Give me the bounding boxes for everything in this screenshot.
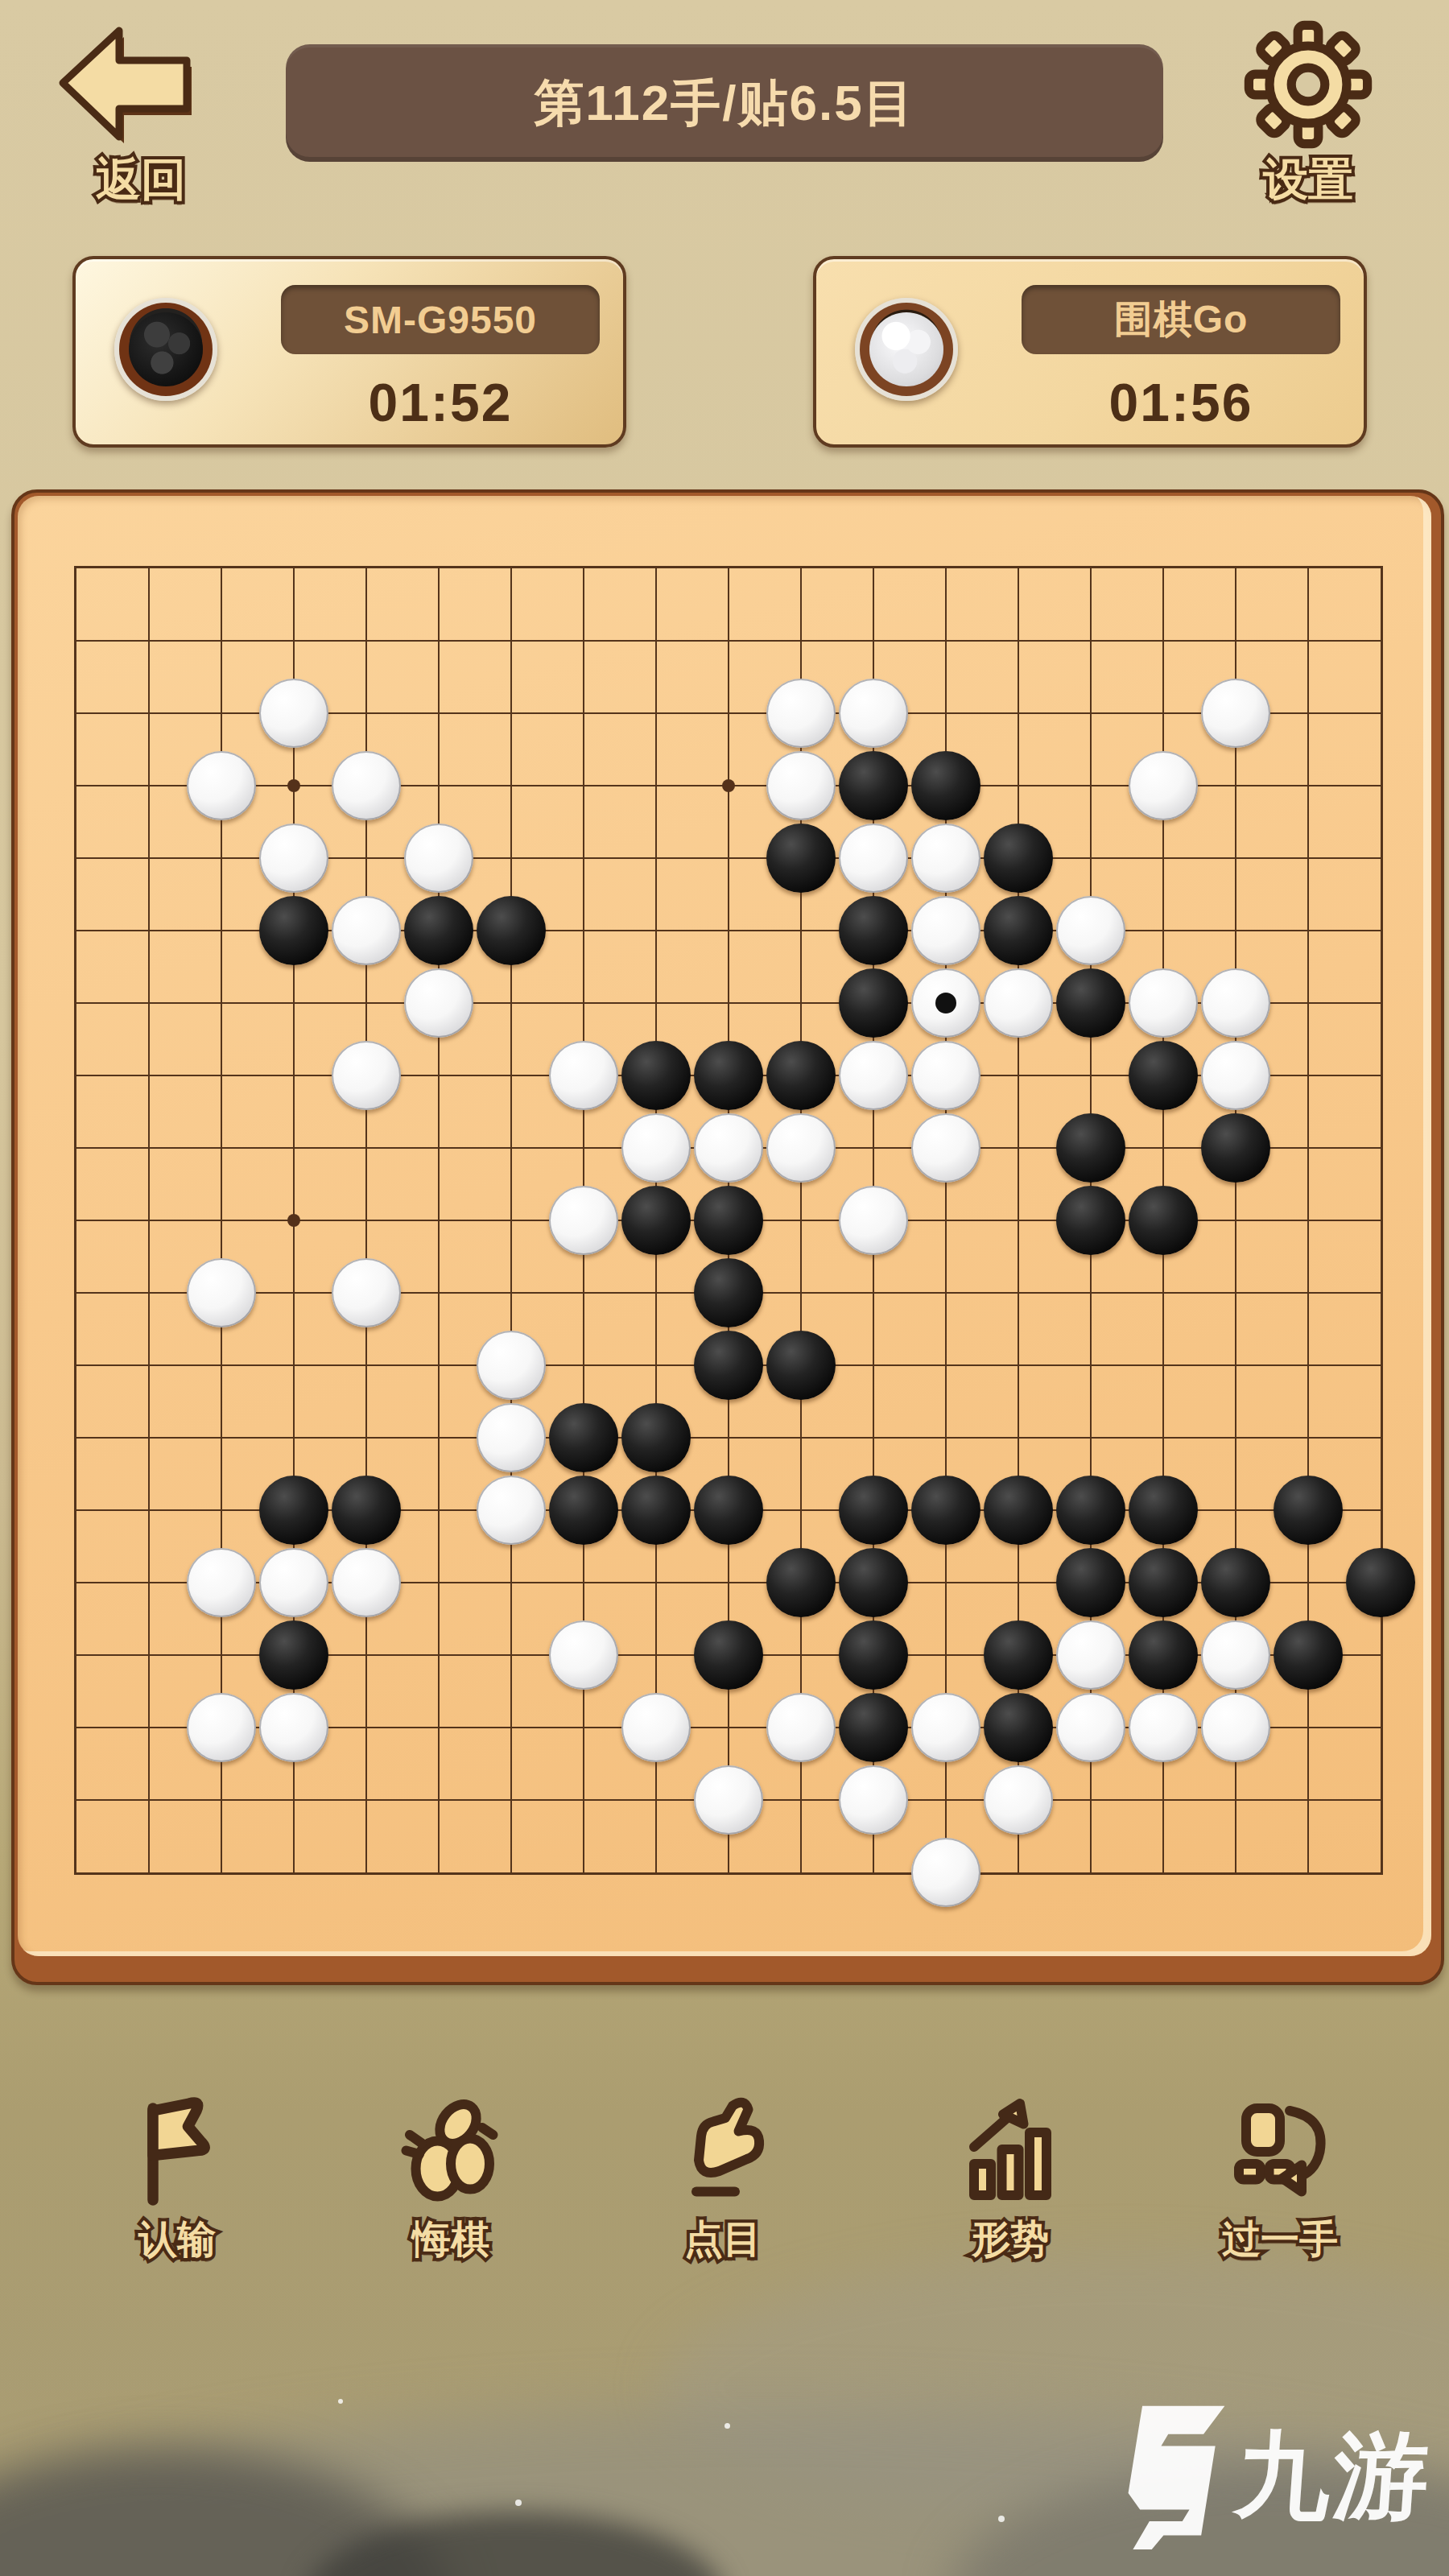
stone-black	[766, 1331, 836, 1400]
pass-one-button[interactable]: 过一手	[1187, 2091, 1373, 2285]
stone-white	[839, 679, 908, 748]
black-stones-bowl-icon	[129, 312, 203, 386]
undo-button[interactable]: 悔棋	[358, 2091, 543, 2285]
back-label: 返回	[56, 150, 225, 211]
stone-black	[549, 1476, 618, 1545]
stone-black	[839, 896, 908, 965]
situation-label: 形势	[918, 2214, 1103, 2265]
stone-black	[477, 896, 546, 965]
stone-white	[187, 1258, 256, 1327]
app-screen: 返回 第112手/贴6.5目 设置	[0, 0, 1449, 2576]
stone-black	[1056, 1476, 1125, 1545]
stone-black	[1056, 1113, 1125, 1183]
go-board	[11, 489, 1444, 1985]
stone-white	[332, 1258, 401, 1327]
player-panel-black: SM-G9550 01:52	[72, 256, 626, 448]
stone-black	[839, 1620, 908, 1690]
stone-black	[984, 1620, 1053, 1690]
last-move-marker	[935, 993, 956, 1013]
stone-white	[477, 1331, 546, 1400]
stone-white	[549, 1186, 618, 1255]
stone-white	[984, 968, 1053, 1038]
stone-white	[911, 896, 980, 965]
black-player-clock: 01:52	[281, 372, 600, 433]
stone-black	[549, 1403, 618, 1472]
gear-icon	[1249, 25, 1367, 143]
stone-black	[694, 1476, 763, 1545]
stone-black	[621, 1476, 691, 1545]
stone-white	[404, 824, 473, 893]
stone-white	[911, 1041, 980, 1110]
star-point	[287, 1214, 300, 1227]
stone-black	[984, 1476, 1053, 1545]
stone-black	[839, 1693, 908, 1762]
stone-white	[839, 824, 908, 893]
snow-speck	[515, 2500, 522, 2506]
stone-white	[187, 751, 256, 820]
stone-black	[694, 1620, 763, 1690]
stone-white	[1056, 896, 1125, 965]
black-player-avatar	[114, 298, 217, 401]
stone-white	[911, 1693, 980, 1762]
jiuyou-watermark: 九游	[1115, 2395, 1437, 2556]
stone-white	[1201, 1620, 1270, 1690]
stone-white	[694, 1765, 763, 1835]
stone-white	[766, 751, 836, 820]
stone-white	[1129, 968, 1198, 1038]
stone-white	[477, 1476, 546, 1545]
stone-white	[332, 1041, 401, 1110]
stone-black	[1274, 1620, 1343, 1690]
stone-white	[1201, 679, 1270, 748]
stone-white	[766, 679, 836, 748]
stone-black	[332, 1476, 401, 1545]
grid-line-horizontal	[76, 1437, 1381, 1439]
stone-white	[911, 968, 980, 1038]
stone-white	[766, 1693, 836, 1762]
white-stones-bowl-icon	[869, 312, 943, 386]
stone-black	[1129, 1186, 1198, 1255]
stone-white	[694, 1113, 763, 1183]
stones-icon	[407, 2097, 493, 2196]
pointing-hand-icon	[696, 2103, 759, 2192]
stone-white	[1129, 751, 1198, 820]
stone-white	[259, 1548, 328, 1617]
stone-black	[911, 1476, 980, 1545]
white-player-name: 围棋Go	[1114, 294, 1249, 345]
stone-black	[839, 1548, 908, 1617]
stone-white	[259, 679, 328, 748]
stone-black	[984, 1693, 1053, 1762]
star-point	[287, 779, 300, 792]
stone-white	[1056, 1693, 1125, 1762]
stone-white	[187, 1693, 256, 1762]
stone-black	[621, 1403, 691, 1472]
stone-black	[1056, 1548, 1125, 1617]
stone-white	[332, 751, 401, 820]
move-info-bar: 第112手/贴6.5目	[286, 44, 1163, 162]
stone-black	[1201, 1113, 1270, 1183]
stone-white	[259, 1693, 328, 1762]
stone-white	[549, 1620, 618, 1690]
stone-black	[1129, 1476, 1198, 1545]
undo-label: 悔棋	[358, 2214, 543, 2265]
snow-speck	[338, 2399, 343, 2404]
player-panel-white: 围棋Go 01:56	[813, 256, 1367, 448]
stone-black	[259, 896, 328, 965]
white-player-avatar	[855, 298, 958, 401]
count-button[interactable]: 点目	[630, 2091, 815, 2285]
resign-label: 认输	[85, 2214, 270, 2265]
flag-icon	[153, 2103, 204, 2200]
situation-button[interactable]: 形势	[918, 2091, 1103, 2285]
stone-white	[839, 1186, 908, 1255]
stone-white	[332, 1548, 401, 1617]
stone-white	[621, 1113, 691, 1183]
stone-white	[1201, 968, 1270, 1038]
stone-white	[1201, 1041, 1270, 1110]
stone-white	[549, 1041, 618, 1110]
black-player-nameplate: SM-G9550	[281, 285, 600, 354]
stone-white	[332, 896, 401, 965]
move-info-text: 第112手/贴6.5目	[534, 69, 914, 137]
stone-white	[1129, 1693, 1198, 1762]
stone-black	[259, 1476, 328, 1545]
stone-black	[694, 1041, 763, 1110]
stone-black	[694, 1186, 763, 1255]
black-player-name: SM-G9550	[344, 298, 537, 342]
snow-speck	[724, 2423, 730, 2429]
stone-white	[911, 1113, 980, 1183]
stone-black	[766, 824, 836, 893]
stone-white	[984, 1765, 1053, 1835]
stone-black	[984, 896, 1053, 965]
stone-black	[621, 1041, 691, 1110]
stone-black	[1129, 1620, 1198, 1690]
back-arrow-icon	[63, 31, 187, 137]
star-point	[722, 779, 735, 792]
stone-black	[694, 1258, 763, 1327]
stone-white	[404, 968, 473, 1038]
swap-arrow-icon	[1239, 2108, 1321, 2192]
trend-chart-icon	[974, 2103, 1046, 2195]
stone-black	[911, 751, 980, 820]
stone-black	[766, 1041, 836, 1110]
stone-white	[911, 1838, 980, 1907]
white-player-nameplate: 围棋Go	[1022, 285, 1340, 354]
stone-black	[1056, 1186, 1125, 1255]
stone-black	[1056, 968, 1125, 1038]
stone-white	[187, 1548, 256, 1617]
stone-white	[839, 1041, 908, 1110]
stone-black	[1274, 1476, 1343, 1545]
snow-speck	[998, 2516, 1005, 2522]
stone-white	[477, 1403, 546, 1472]
stone-white	[766, 1113, 836, 1183]
stone-black	[1346, 1548, 1415, 1617]
stone-white	[1201, 1693, 1270, 1762]
settings-button[interactable]	[1244, 16, 1373, 153]
stone-black	[766, 1548, 836, 1617]
stone-black	[839, 968, 908, 1038]
stone-black	[694, 1331, 763, 1400]
stone-black	[1201, 1548, 1270, 1617]
watermark-text: 九游	[1232, 2428, 1435, 2523]
stone-white	[911, 824, 980, 893]
stone-black	[839, 751, 908, 820]
stone-black	[1129, 1041, 1198, 1110]
stone-black	[404, 896, 473, 965]
board-face[interactable]	[18, 496, 1431, 1956]
stone-black	[1129, 1548, 1198, 1617]
stone-black	[839, 1476, 908, 1545]
resign-button[interactable]: 认输	[85, 2091, 270, 2285]
stone-white	[259, 824, 328, 893]
stone-black	[259, 1620, 328, 1690]
jiuyou-logo-icon	[1115, 2399, 1236, 2552]
white-player-clock: 01:56	[1022, 372, 1340, 433]
pass-one-label: 过一手	[1187, 2214, 1373, 2265]
count-label: 点目	[630, 2214, 815, 2265]
stone-black	[984, 824, 1053, 893]
stone-white	[621, 1693, 691, 1762]
stone-black	[621, 1186, 691, 1255]
settings-label: 设置	[1232, 150, 1385, 211]
stone-white	[1056, 1620, 1125, 1690]
stone-white	[839, 1765, 908, 1835]
